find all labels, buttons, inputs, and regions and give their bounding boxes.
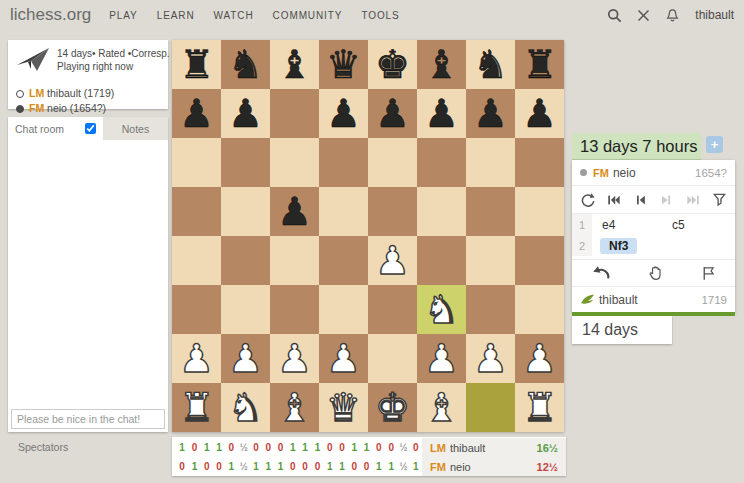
crosstable-title: LM <box>430 442 446 454</box>
close-icon[interactable] <box>637 9 650 22</box>
square-f7[interactable]: ♟ <box>417 89 466 138</box>
square-a7[interactable]: ♟ <box>172 89 221 138</box>
square-f2[interactable]: ♟ <box>417 334 466 383</box>
piece-white-rook[interactable]: ♜ <box>172 383 221 432</box>
black-player-name[interactable]: neio <box>613 166 636 180</box>
piece-black-pawn[interactable]: ♟ <box>368 89 417 138</box>
draw-offer-hand-button[interactable] <box>647 264 664 282</box>
crosstable-result-cell[interactable]: 1 <box>213 442 225 453</box>
menu-item-tools[interactable]: TOOLS <box>361 10 399 21</box>
white-player-rating: 1719 <box>701 294 727 306</box>
flip-board-button[interactable] <box>580 192 595 207</box>
crosstable: 10110½000111001100½0 LM thibault 16½ 010… <box>172 437 566 476</box>
menu-item-watch[interactable]: WATCH <box>214 10 254 21</box>
piece-white-pawn[interactable]: ♟ <box>515 334 564 383</box>
square-b2[interactable]: ♟ <box>221 334 270 383</box>
square-b6[interactable] <box>221 138 270 187</box>
piece-black-king[interactable]: ♚ <box>368 40 417 89</box>
square-f1[interactable]: ♝ <box>417 383 466 432</box>
piece-white-pawn[interactable]: ♟ <box>417 334 466 383</box>
crosstable-result-cell[interactable]: 0 <box>373 442 385 453</box>
crosstable-result-cell[interactable]: 0 <box>311 461 323 472</box>
crosstable-result-cell[interactable]: 1 <box>385 461 397 472</box>
crosstable-result-cell[interactable]: 0 <box>410 442 422 453</box>
crosstable-result-cell[interactable]: 0 <box>262 442 274 453</box>
analysis-board-button[interactable] <box>712 192 727 207</box>
square-d5[interactable] <box>319 187 368 236</box>
move-black-c5[interactable]: c5 <box>664 218 735 232</box>
square-h3[interactable] <box>515 285 564 334</box>
resign-flag-button[interactable] <box>700 264 717 282</box>
square-g2[interactable]: ♟ <box>466 334 515 383</box>
crosstable-result-cell[interactable]: 1 <box>410 461 422 472</box>
move-row-1: 1 e4 c5 <box>572 214 735 235</box>
crosstable-results-thibault: 10110½000111001100½0 <box>172 442 422 453</box>
black-player-row: FM neio 1654? <box>572 160 735 186</box>
top-nav: lichess.org PLAY LEARN WATCH COMMUNITY T… <box>0 0 744 30</box>
crosstable-result-cell[interactable]: 0 <box>225 442 237 453</box>
square-c6[interactable] <box>270 138 319 187</box>
square-g3[interactable] <box>466 285 515 334</box>
crosstable-result-cell[interactable]: 1 <box>360 442 372 453</box>
game-side-panel: FM neio 1654? 1 e4 c5 <box>572 160 735 312</box>
piece-white-pawn[interactable]: ♟ <box>466 334 515 383</box>
square-e5[interactable] <box>368 187 417 236</box>
last-move-button[interactable] <box>686 193 701 207</box>
square-c3[interactable] <box>270 285 319 334</box>
square-e4[interactable]: ♟ <box>368 236 417 285</box>
square-g8[interactable]: ♞ <box>466 40 515 89</box>
piece-white-pawn[interactable]: ♟ <box>368 236 417 285</box>
crosstable-result-cell[interactable]: 0 <box>287 461 299 472</box>
square-a1[interactable]: ♜ <box>172 383 221 432</box>
chat-box: Chat room Notes <box>8 117 168 432</box>
menu-item-community[interactable]: COMMUNITY <box>273 10 343 21</box>
crosstable-row-black: 01001½111000110011½1 FM neio 12½ <box>172 457 566 476</box>
chess-board: ♜♞♝♛♚♝♞♜♟♟♟♟♟♟♟♟♟♞♟♟♟♟♟♟♟♜♞♝♛♚♝♜ <box>172 40 564 432</box>
piece-white-bishop[interactable]: ♝ <box>417 383 466 432</box>
black-clock: 13 days 7 hours <box>572 133 701 160</box>
patron-wing-icon <box>580 293 595 306</box>
crosstable-result-cell[interactable]: 0 <box>360 461 372 472</box>
square-d6[interactable] <box>319 138 368 187</box>
prev-move-button[interactable] <box>634 193 647 207</box>
chat-input[interactable] <box>11 409 165 429</box>
square-d4[interactable] <box>319 236 368 285</box>
square-a5[interactable] <box>172 187 221 236</box>
black-color-icon <box>16 105 24 113</box>
square-f3[interactable]: ♞ <box>417 285 466 334</box>
black-player-rating: 1654? <box>695 167 727 179</box>
piece-black-pawn[interactable]: ♟ <box>466 89 515 138</box>
square-c8[interactable]: ♝ <box>270 40 319 89</box>
piece-black-queen[interactable]: ♛ <box>319 40 368 89</box>
black-title: FM <box>29 102 44 114</box>
crosstable-result-cell[interactable]: 1 <box>250 461 262 472</box>
piece-black-pawn[interactable]: ♟ <box>270 187 319 236</box>
game-type-line: 14 days• Rated •Corresp. <box>57 47 170 60</box>
square-a3[interactable] <box>172 285 221 334</box>
tab-chat-room[interactable]: Chat room <box>8 117 103 140</box>
crosstable-result-cell[interactable]: 0 <box>250 442 262 453</box>
piece-black-rook[interactable]: ♜ <box>172 40 221 89</box>
piece-black-pawn[interactable]: ♟ <box>319 89 368 138</box>
crosstable-result-cell[interactable]: 0 <box>336 442 348 453</box>
square-b1[interactable]: ♞ <box>221 383 270 432</box>
square-g6[interactable] <box>466 138 515 187</box>
square-h1[interactable]: ♜ <box>515 383 564 432</box>
crosstable-row-white: 10110½000111001100½0 LM thibault 16½ <box>172 438 566 457</box>
piece-black-knight[interactable]: ♞ <box>221 40 270 89</box>
square-e2[interactable] <box>368 334 417 383</box>
nav-right: thibault <box>607 8 734 23</box>
white-clock: 14 days <box>572 316 672 344</box>
give-time-button[interactable]: + <box>706 136 723 153</box>
square-f4[interactable] <box>417 236 466 285</box>
square-g4[interactable] <box>466 236 515 285</box>
piece-black-rook[interactable]: ♜ <box>515 40 564 89</box>
black-dot-icon <box>580 169 587 176</box>
first-move-button[interactable] <box>606 193 621 207</box>
black-title: FM <box>593 167 609 179</box>
move-row-2: 2 Nf3 <box>572 235 735 256</box>
square-h7[interactable]: ♟ <box>515 89 564 138</box>
crosstable-result-cell[interactable]: 1 <box>348 442 360 453</box>
current-move[interactable]: Nf3 <box>600 238 637 254</box>
white-player-name[interactable]: thibault <box>599 293 638 307</box>
square-e6[interactable] <box>368 138 417 187</box>
menu-item-learn[interactable]: LEARN <box>157 10 195 21</box>
square-g5[interactable] <box>466 187 515 236</box>
white-color-icon <box>16 90 24 98</box>
piece-black-knight[interactable]: ♞ <box>466 40 515 89</box>
piece-white-knight[interactable]: ♞ <box>417 285 466 334</box>
piece-black-pawn[interactable]: ♟ <box>515 89 564 138</box>
piece-black-pawn[interactable]: ♟ <box>221 89 270 138</box>
notes-tab-label: Notes <box>122 123 149 135</box>
username[interactable]: thibault <box>695 8 734 22</box>
crosstable-result-cell[interactable]: 0 <box>201 461 213 472</box>
square-b7[interactable]: ♟ <box>221 89 270 138</box>
crosstable-result-cell[interactable]: 0 <box>213 461 225 472</box>
square-a2[interactable]: ♟ <box>172 334 221 383</box>
square-g7[interactable]: ♟ <box>466 89 515 138</box>
search-icon[interactable] <box>607 8 622 23</box>
crosstable-label-thibault: LM thibault 16½ <box>422 438 566 457</box>
move-number: 2 <box>572 235 592 256</box>
white-name-rating[interactable]: thibault (1719) <box>47 87 114 99</box>
move-white-nf3[interactable]: Nf3 <box>592 239 664 253</box>
square-b3[interactable] <box>221 285 270 334</box>
piece-white-pawn[interactable]: ♟ <box>319 334 368 383</box>
piece-white-queen[interactable]: ♛ <box>319 383 368 432</box>
square-e3[interactable] <box>368 285 417 334</box>
crosstable-result-cell[interactable]: 1 <box>287 442 299 453</box>
crosstable-result-cell[interactable]: 1 <box>324 461 336 472</box>
game-actions <box>572 259 735 286</box>
crosstable-label-neio: FM neio 12½ <box>422 457 566 476</box>
crosstable-result-cell[interactable]: 1 <box>373 461 385 472</box>
lichess-logo[interactable]: lichess.org <box>10 5 91 25</box>
main-menu: PLAY LEARN WATCH COMMUNITY TOOLS <box>109 10 399 21</box>
crosstable-result-cell[interactable]: 1 <box>176 442 188 453</box>
piece-black-pawn[interactable]: ♟ <box>417 89 466 138</box>
square-h6[interactable] <box>515 138 564 187</box>
square-d2[interactable]: ♟ <box>319 334 368 383</box>
white-player-row: thibault 1719 <box>572 286 735 312</box>
square-f6[interactable] <box>417 138 466 187</box>
piece-black-bishop[interactable]: ♝ <box>417 40 466 89</box>
square-a6[interactable] <box>172 138 221 187</box>
takeback-button[interactable] <box>591 264 611 282</box>
crosstable-results-neio: 01001½111000110011½1 <box>172 461 422 472</box>
crosstable-result-cell[interactable]: 0 <box>299 461 311 472</box>
black-name-rating[interactable]: neio (1654?) <box>47 102 106 114</box>
square-h8[interactable]: ♜ <box>515 40 564 89</box>
crosstable-result-cell[interactable]: ½ <box>397 442 409 453</box>
crosstable-result-cell[interactable]: ½ <box>237 442 249 453</box>
game-status-line: Playing right now <box>57 60 170 73</box>
square-e8[interactable]: ♚ <box>368 40 417 89</box>
crosstable-result-cell[interactable]: 0 <box>176 461 188 472</box>
move-controls <box>572 186 735 214</box>
game-info-box: 14 days• Rated •Corresp. Playing right n… <box>8 40 168 109</box>
square-h5[interactable] <box>515 187 564 236</box>
piece-black-bishop[interactable]: ♝ <box>270 40 319 89</box>
chat-tab-label: Chat room <box>15 123 64 135</box>
square-c7[interactable] <box>270 89 319 138</box>
crosstable-title: FM <box>430 461 446 473</box>
crosstable-result-cell[interactable]: ½ <box>237 461 249 472</box>
white-title: LM <box>29 87 44 99</box>
square-c2[interactable]: ♟ <box>270 334 319 383</box>
square-c5[interactable]: ♟ <box>270 187 319 236</box>
next-move-button[interactable] <box>660 193 673 207</box>
move-white-e4[interactable]: e4 <box>592 218 664 232</box>
crosstable-total: 12½ <box>537 461 558 473</box>
move-number: 1 <box>572 214 592 235</box>
piece-white-bishop[interactable]: ♝ <box>270 383 319 432</box>
square-b4[interactable] <box>221 236 270 285</box>
piece-white-pawn[interactable]: ♟ <box>270 334 319 383</box>
bell-icon[interactable] <box>665 8 680 23</box>
square-c4[interactable] <box>270 236 319 285</box>
piece-white-pawn[interactable]: ♟ <box>221 334 270 383</box>
chat-toggle-checkbox[interactable] <box>85 123 96 134</box>
piece-white-rook[interactable]: ♜ <box>515 383 564 432</box>
crosstable-name[interactable]: neio <box>450 461 471 473</box>
crosstable-result-cell[interactable]: 0 <box>274 442 286 453</box>
square-h4[interactable] <box>515 236 564 285</box>
square-g1[interactable] <box>466 383 515 432</box>
square-d7[interactable]: ♟ <box>319 89 368 138</box>
square-d1[interactable]: ♛ <box>319 383 368 432</box>
crosstable-result-cell[interactable]: 1 <box>336 461 348 472</box>
white-player-line: LM thibault (1719) <box>16 86 160 101</box>
crosstable-result-cell[interactable]: 1 <box>262 461 274 472</box>
piece-white-pawn[interactable]: ♟ <box>172 334 221 383</box>
tab-notes[interactable]: Notes <box>103 117 168 140</box>
piece-black-pawn[interactable]: ♟ <box>172 89 221 138</box>
crosstable-result-cell[interactable]: 1 <box>225 461 237 472</box>
crosstable-result-cell[interactable]: 0 <box>385 442 397 453</box>
crosstable-result-cell[interactable]: 0 <box>324 442 336 453</box>
square-b5[interactable] <box>221 187 270 236</box>
square-a8[interactable]: ♜ <box>172 40 221 89</box>
square-h2[interactable]: ♟ <box>515 334 564 383</box>
crosstable-result-cell[interactable]: 1 <box>201 442 213 453</box>
piece-white-knight[interactable]: ♞ <box>221 383 270 432</box>
menu-item-play[interactable]: PLAY <box>109 10 137 21</box>
crosstable-total: 16½ <box>537 442 558 454</box>
square-e1[interactable]: ♚ <box>368 383 417 432</box>
square-b8[interactable]: ♞ <box>221 40 270 89</box>
crosstable-result-cell[interactable]: 0 <box>348 461 360 472</box>
square-a4[interactable] <box>172 236 221 285</box>
crosstable-result-cell[interactable]: 1 <box>274 461 286 472</box>
crosstable-result-cell[interactable]: 1 <box>188 461 200 472</box>
crosstable-name[interactable]: thibault <box>450 442 485 454</box>
square-c1[interactable]: ♝ <box>270 383 319 432</box>
crosstable-result-cell[interactable]: 1 <box>311 442 323 453</box>
spectators-label: Spectators <box>18 441 68 453</box>
square-d3[interactable] <box>319 285 368 334</box>
crosstable-result-cell[interactable]: ½ <box>397 461 409 472</box>
square-f5[interactable] <box>417 187 466 236</box>
black-player-line: FM neio (1654?) <box>16 101 160 116</box>
square-f8[interactable]: ♝ <box>417 40 466 89</box>
crosstable-result-cell[interactable]: 0 <box>188 442 200 453</box>
piece-white-king[interactable]: ♚ <box>368 383 417 432</box>
paper-plane-icon <box>16 47 50 79</box>
square-d8[interactable]: ♛ <box>319 40 368 89</box>
square-e7[interactable]: ♟ <box>368 89 417 138</box>
crosstable-result-cell[interactable]: 1 <box>299 442 311 453</box>
